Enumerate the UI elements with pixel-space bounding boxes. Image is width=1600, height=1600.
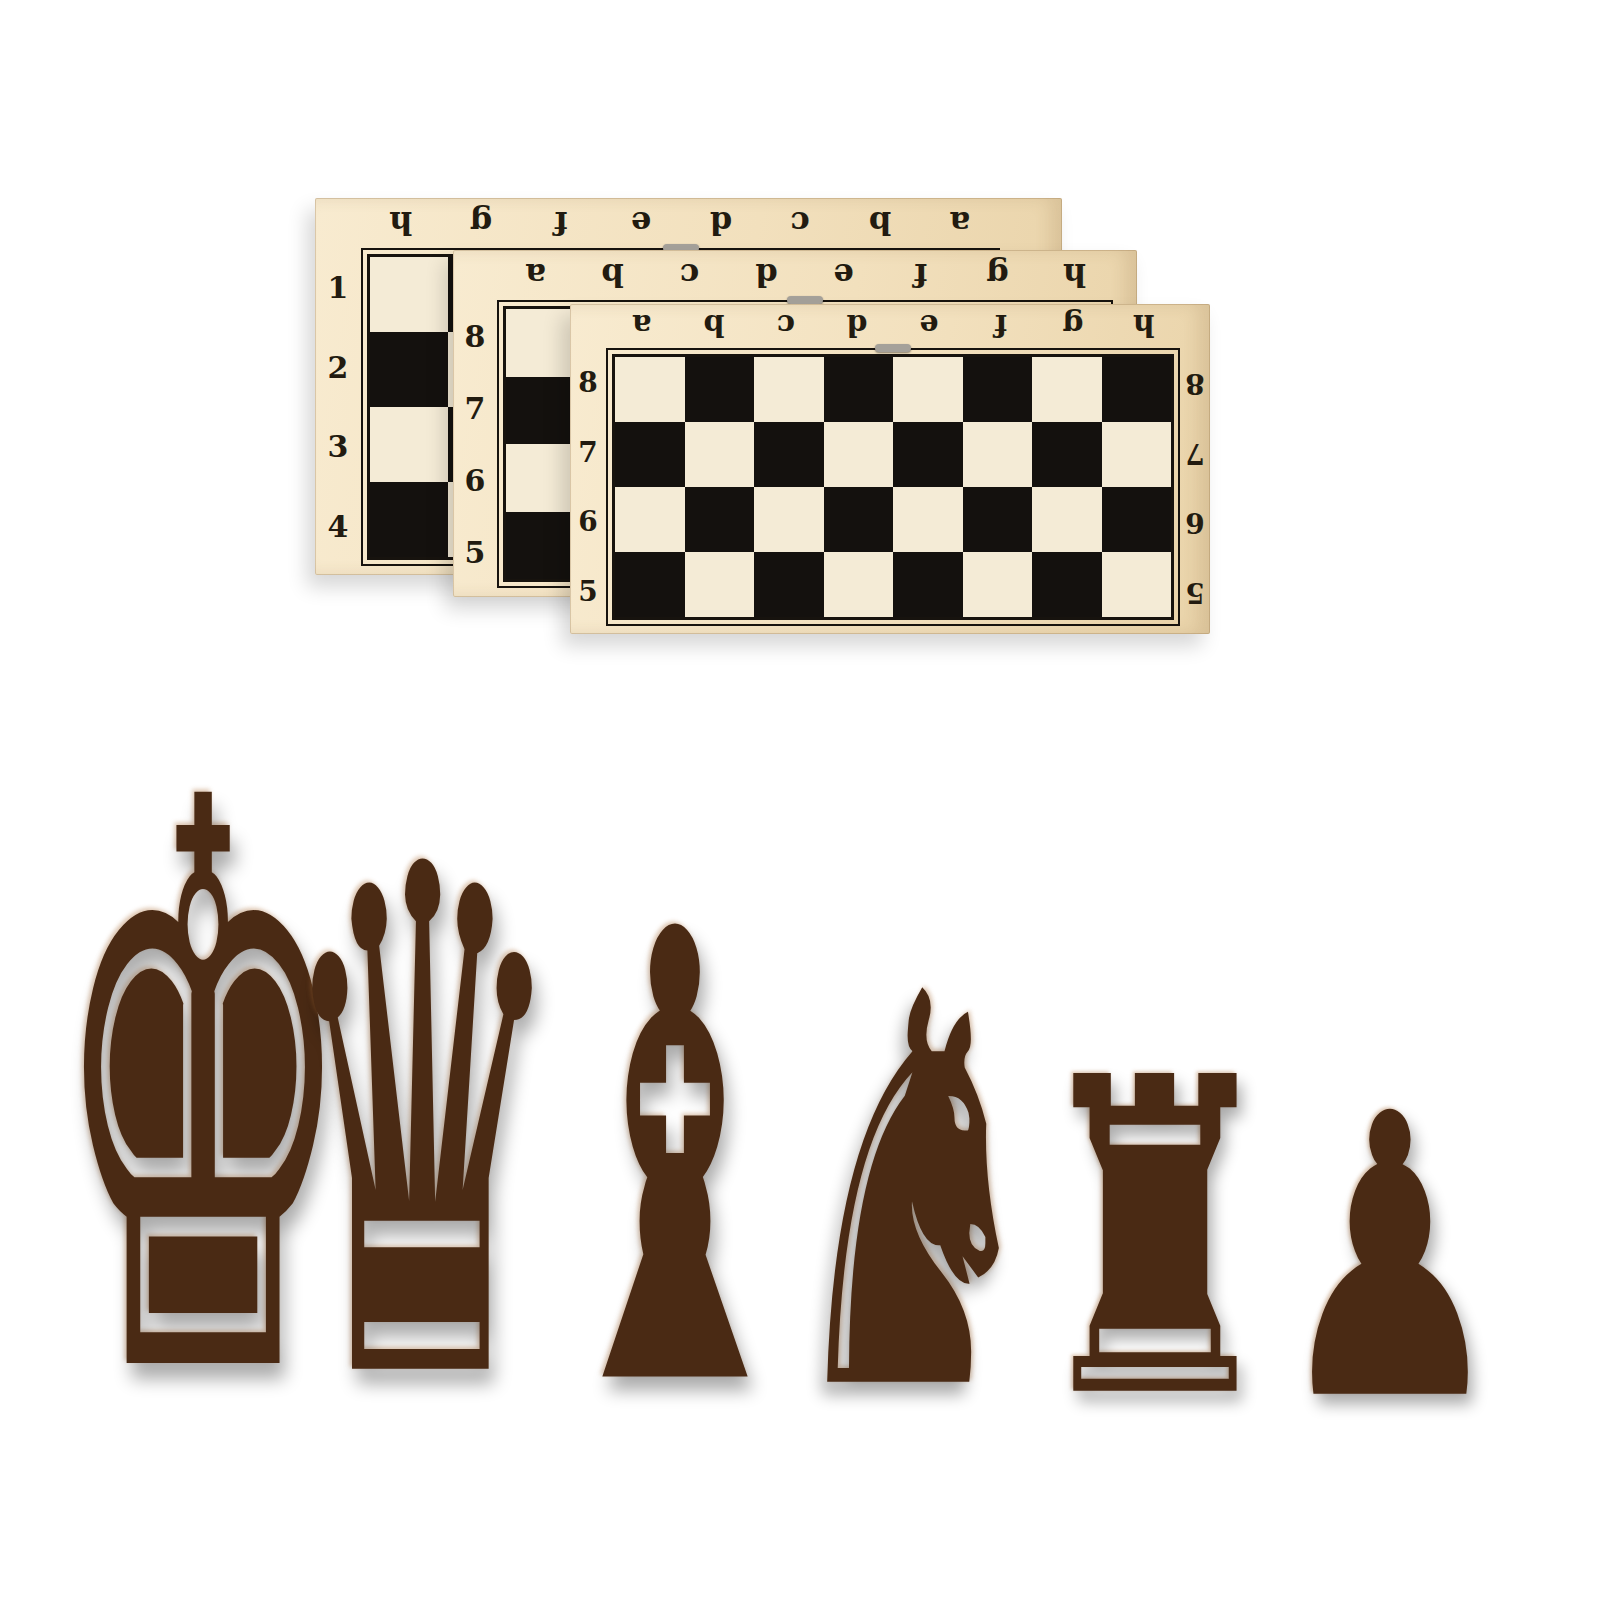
file-label: c — [651, 250, 728, 300]
rank-label: 6 — [453, 444, 497, 516]
file-label: d — [821, 304, 893, 348]
file-label: c — [760, 198, 840, 248]
square-f8 — [963, 357, 1033, 422]
square-f7 — [963, 422, 1033, 487]
square-f6 — [963, 487, 1033, 552]
square-h7 — [1102, 422, 1172, 487]
square-a7 — [615, 422, 685, 487]
square-a6 — [615, 487, 685, 552]
square-h3 — [370, 407, 448, 482]
file-label: f — [965, 304, 1037, 348]
rank-label: 7 — [1180, 418, 1210, 488]
square-h5 — [1102, 552, 1172, 617]
file-label: d — [681, 198, 761, 248]
file-letters-row: hgfedcba — [361, 198, 1000, 248]
file-label: g — [959, 250, 1036, 300]
file-letters-row: abcdefgh — [606, 304, 1180, 348]
hinge-clasp — [875, 344, 911, 352]
square-d6 — [824, 487, 894, 552]
square-b5 — [685, 552, 755, 617]
file-label: d — [728, 250, 805, 300]
square-c6 — [754, 487, 824, 552]
rank-label: 2 — [315, 328, 361, 408]
square-e6 — [893, 487, 963, 552]
checkerboard-grid — [615, 357, 1171, 617]
rank-label: 8 — [1180, 348, 1210, 418]
square-g5 — [1032, 552, 1102, 617]
square-e5 — [893, 552, 963, 617]
rank-label: 8 — [453, 300, 497, 372]
rank-label: 8 — [570, 348, 606, 418]
square-c7 — [754, 422, 824, 487]
rank-label: 5 — [570, 557, 606, 627]
square-c8 — [754, 357, 824, 422]
square-d5 — [824, 552, 894, 617]
file-label: b — [678, 304, 750, 348]
rank-label: 5 — [1180, 557, 1210, 627]
file-label: g — [1037, 304, 1109, 348]
rank-label: 6 — [1180, 487, 1210, 557]
file-label: a — [497, 250, 574, 300]
square-g8 — [1032, 357, 1102, 422]
square-g7 — [1032, 422, 1102, 487]
file-label: e — [805, 250, 882, 300]
square-b7 — [685, 422, 755, 487]
square-d7 — [824, 422, 894, 487]
file-label: c — [750, 304, 822, 348]
rank-label: 4 — [315, 487, 361, 567]
product-photo: hgfedcba1234abcdefgh8765abcdefgh87658765… — [0, 0, 1600, 1600]
square-a5 — [615, 552, 685, 617]
square-a8 — [615, 357, 685, 422]
rank-numbers-right: 8765 — [1180, 348, 1210, 626]
square-d8 — [824, 357, 894, 422]
file-label: h — [361, 198, 441, 248]
square-h1 — [370, 257, 448, 332]
file-label: g — [441, 198, 521, 248]
square-h6 — [1102, 487, 1172, 552]
square-b8 — [685, 357, 755, 422]
rank-label: 7 — [570, 418, 606, 488]
rank-label: 6 — [570, 487, 606, 557]
rank-label: 5 — [453, 516, 497, 588]
square-h8 — [1102, 357, 1172, 422]
board-frame — [606, 348, 1180, 626]
square-f5 — [963, 552, 1033, 617]
file-letters-row: abcdefgh — [497, 250, 1113, 300]
rank-numbers-left: 8765 — [453, 300, 497, 588]
square-e8 — [893, 357, 963, 422]
front-board: abcdefgh87658765 — [570, 304, 1210, 634]
square-c5 — [754, 552, 824, 617]
square-g6 — [1032, 487, 1102, 552]
square-h2 — [370, 332, 448, 407]
file-label: a — [606, 304, 678, 348]
file-label: e — [893, 304, 965, 348]
rank-numbers-left: 8765 — [570, 348, 606, 626]
hinge-clasp — [787, 296, 823, 304]
file-label: f — [882, 250, 959, 300]
rank-label: 3 — [315, 407, 361, 487]
rank-label: 1 — [315, 248, 361, 328]
file-label: h — [1036, 250, 1113, 300]
file-label: b — [574, 250, 651, 300]
file-label: a — [920, 198, 1000, 248]
file-label: f — [521, 198, 601, 248]
rank-numbers-left: 1234 — [315, 248, 361, 566]
rank-label: 7 — [453, 372, 497, 444]
file-label: b — [840, 198, 920, 248]
square-b6 — [685, 487, 755, 552]
file-label: e — [601, 198, 681, 248]
file-label: h — [1108, 304, 1180, 348]
pawn-piece: ♟ — [1220, 1094, 1560, 1426]
square-h4 — [370, 482, 448, 557]
square-e7 — [893, 422, 963, 487]
